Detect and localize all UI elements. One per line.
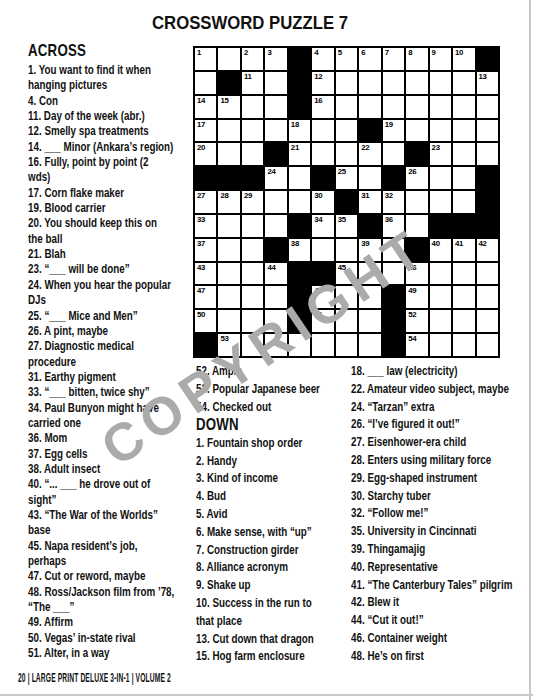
across-clue-16: 16. Fully, point by point (2 wds) <box>28 155 196 186</box>
cell-r12c1[interactable]: 50 <box>194 309 217 333</box>
cell-r6c10[interactable]: 26 <box>405 166 428 190</box>
cell-r5c7[interactable] <box>335 142 358 166</box>
clue-number-47: 47 <box>197 286 205 296</box>
cell-r11c3[interactable] <box>241 285 264 309</box>
clue-number-9: 9 <box>432 48 436 58</box>
cell-r11c2[interactable] <box>217 285 240 309</box>
down-clue-44: 44. “Cut it out!” <box>351 612 533 630</box>
cell-r9c13[interactable]: 42 <box>476 238 499 262</box>
across-clue-list: 1. You want to find it when hanging pict… <box>28 63 196 661</box>
cell-r12c12[interactable] <box>452 309 475 333</box>
across-clue-49: 49. Affirm <box>28 615 196 630</box>
cell-r1c8[interactable]: 6 <box>358 47 381 71</box>
clue-number-16: 16 <box>314 96 322 106</box>
clue-number-7: 7 <box>385 48 389 58</box>
down-clue-26: 26. “I’ve figured it out!” <box>351 416 533 434</box>
clue-number-48: 48 <box>314 286 322 296</box>
cell-r1c6[interactable]: 4 <box>311 47 334 71</box>
cell-r1c13-black <box>476 47 499 71</box>
down-clue-3: 3. Kind of income <box>196 470 356 488</box>
cell-r13c7[interactable] <box>335 333 358 357</box>
cell-r4c10[interactable] <box>405 119 428 143</box>
cell-r10c5-black <box>288 262 311 286</box>
clue-number-34: 34 <box>314 215 322 225</box>
cell-r10c8[interactable] <box>358 262 381 286</box>
cell-r2c2-black <box>217 71 240 95</box>
cell-r11c9-black <box>382 285 405 309</box>
cell-r6c4[interactable]: 24 <box>264 166 287 190</box>
cell-r2c3[interactable]: 11 <box>241 71 264 95</box>
down-clue-27: 27. Eisenhower-era child <box>351 434 533 452</box>
down-clue-13: 13. Cut down that dragon <box>196 631 356 649</box>
cell-r12c11[interactable] <box>429 309 452 333</box>
down-clue-4: 4. Bud <box>196 488 356 506</box>
cell-r1c3[interactable]: 2 <box>241 47 264 71</box>
cell-r9c11[interactable]: 40 <box>429 238 452 262</box>
down-clue-40: 40. Representative <box>351 559 533 577</box>
cell-r4c1[interactable]: 17 <box>194 119 217 143</box>
clue-number-33: 33 <box>197 215 205 225</box>
page-title: CROSSWORD PUZZLE 7 <box>30 12 470 34</box>
cell-r12c13[interactable] <box>476 309 499 333</box>
clue-number-3: 3 <box>267 48 271 58</box>
cell-r12c10[interactable]: 52 <box>405 309 428 333</box>
page-footer: 20 | LARGE PRINT DELUXE 3-IN-1 | VOLUME … <box>18 671 171 685</box>
cell-r11c5-black <box>288 285 311 309</box>
down-clue-1: 1. Fountain shop order <box>196 435 356 453</box>
cell-r8c4[interactable] <box>264 214 287 238</box>
cell-r9c2[interactable] <box>217 238 240 262</box>
down-clue-32: 32. “Follow me!” <box>351 505 533 523</box>
cell-r11c13[interactable] <box>476 285 499 309</box>
cell-r7c1[interactable]: 27 <box>194 190 217 214</box>
cell-r12c9-black <box>382 309 405 333</box>
clue-number-13: 13 <box>479 72 487 82</box>
cell-r1c2[interactable] <box>217 47 240 71</box>
across-clue-45: 45. Napa resident’s job, perhaps <box>28 539 196 570</box>
cell-r8c10[interactable] <box>405 214 428 238</box>
clue-number-23: 23 <box>432 143 440 153</box>
across-clue-38: 38. Adult insect <box>28 462 196 477</box>
cell-r12c6[interactable]: 51 <box>311 309 334 333</box>
cell-r11c1[interactable]: 47 <box>194 285 217 309</box>
page: CROSSWORD PUZZLE 7 ACROSS 1. You want to… <box>0 0 533 700</box>
clue-number-28: 28 <box>220 191 228 201</box>
cell-r3c4[interactable] <box>264 95 287 119</box>
cell-r6c12[interactable] <box>452 166 475 190</box>
across-header: ACROSS <box>28 42 196 59</box>
cell-r6c8[interactable] <box>358 166 381 190</box>
cell-r5c13[interactable] <box>476 142 499 166</box>
clue-number-21: 21 <box>291 143 299 153</box>
clue-number-42: 42 <box>479 239 487 249</box>
across-clue-19: 19. Blood carrier <box>28 201 196 216</box>
cell-r10c3[interactable] <box>241 262 264 286</box>
across-clue-14: 14. ___ Minor (Ankara’s region) <box>28 140 196 155</box>
cell-r2c6[interactable]: 12 <box>311 71 334 95</box>
cell-r3c3[interactable] <box>241 95 264 119</box>
cell-r9c6[interactable] <box>311 238 334 262</box>
cell-r5c3[interactable] <box>241 142 264 166</box>
cell-r8c6[interactable]: 34 <box>311 214 334 238</box>
across-clue-36: 36. Mom <box>28 431 196 446</box>
cell-r10c10[interactable]: 46 <box>405 262 428 286</box>
cell-r1c11[interactable]: 9 <box>429 47 452 71</box>
cell-r6c6-black <box>311 166 334 190</box>
cell-r7c7-black <box>335 190 358 214</box>
down-clue-8: 8. Alliance acronym <box>196 559 356 577</box>
across-clue-53: 53. Popular Japanese beer <box>196 381 356 399</box>
cell-r3c9[interactable] <box>382 95 405 119</box>
cell-r8c5-black <box>288 214 311 238</box>
across-clue-24: 24. When you hear the popular DJs <box>28 278 196 309</box>
clue-number-44: 44 <box>267 263 275 273</box>
cell-r8c8-black <box>358 214 381 238</box>
cell-r4c8-black <box>358 119 381 143</box>
cell-r6c3-black <box>241 166 264 190</box>
cell-r8c13-black <box>476 214 499 238</box>
cell-r3c2[interactable]: 15 <box>217 95 240 119</box>
across-clue-54: 54. Checked out <box>196 399 356 417</box>
cell-r10c7[interactable]: 45 <box>335 262 358 286</box>
down-clue-5: 5. Avid <box>196 506 356 524</box>
right-clues-column: 18. ___ law (electricity)22. Amateur vid… <box>351 363 533 666</box>
down-clue-9: 9. Shake up <box>196 577 356 595</box>
clue-number-43: 43 <box>197 263 205 273</box>
clue-number-14: 14 <box>197 96 205 106</box>
across-clue-51: 51. Alter, in a way <box>28 646 196 661</box>
cell-r5c4-black <box>264 142 287 166</box>
cell-r10c2[interactable] <box>217 262 240 286</box>
across-clue-40: 40. “... ___ he drove out of sight” <box>28 477 196 508</box>
down-clue-10: 10. Success in the run to that place <box>196 595 356 631</box>
cell-r8c9[interactable]: 36 <box>382 214 405 238</box>
cell-r2c4[interactable] <box>264 71 287 95</box>
across-clue-21: 21. Blah <box>28 247 196 262</box>
cell-r7c5[interactable] <box>288 190 311 214</box>
cell-r13c4[interactable] <box>264 333 287 357</box>
across-clue-26: 26. A pint, maybe <box>28 324 196 339</box>
down-clue-6: 6. Make sense, with “up” <box>196 524 356 542</box>
cell-r2c9[interactable] <box>382 71 405 95</box>
across-clue-48: 48. Ross/Jackson film from ’78, “The ___… <box>28 585 196 616</box>
clue-number-29: 29 <box>244 191 252 201</box>
cell-r5c8[interactable]: 22 <box>358 142 381 166</box>
cell-r5c2[interactable] <box>217 142 240 166</box>
cell-r2c13[interactable]: 13 <box>476 71 499 95</box>
cell-r7c10[interactable] <box>405 190 428 214</box>
cell-r4c3[interactable] <box>241 119 264 143</box>
cell-r3c7[interactable] <box>335 95 358 119</box>
cell-r8c3[interactable] <box>241 214 264 238</box>
down-header: DOWN <box>196 416 356 435</box>
cell-r13c10[interactable]: 54 <box>405 333 428 357</box>
clue-number-20: 20 <box>197 143 205 153</box>
cell-r2c5-black <box>288 71 311 95</box>
cell-r1c9[interactable]: 7 <box>382 47 405 71</box>
cell-r4c12[interactable] <box>452 119 475 143</box>
cell-r12c3[interactable] <box>241 309 264 333</box>
clue-number-1: 1 <box>197 48 201 58</box>
clue-number-2: 2 <box>244 48 248 58</box>
cell-r11c6[interactable]: 48 <box>311 285 334 309</box>
cell-r7c11[interactable] <box>429 190 452 214</box>
clue-number-51: 51 <box>314 310 322 320</box>
cell-r12c7[interactable] <box>335 309 358 333</box>
clue-number-50: 50 <box>197 310 205 320</box>
cell-r10c1[interactable]: 43 <box>194 262 217 286</box>
across-clue-47: 47. Cut or reword, maybe <box>28 569 196 584</box>
clue-number-11: 11 <box>244 72 252 82</box>
clue-number-8: 8 <box>408 48 412 58</box>
across-clue-27: 27. Diagnostic medical procedure <box>28 339 196 370</box>
cell-r10c13[interactable] <box>476 262 499 286</box>
clue-number-41: 41 <box>455 239 463 249</box>
cell-r4c2[interactable] <box>217 119 240 143</box>
clue-number-12: 12 <box>314 72 322 82</box>
cell-r6c13-black <box>476 166 499 190</box>
cell-r12c2[interactable] <box>217 309 240 333</box>
cell-r9c9[interactable] <box>382 238 405 262</box>
cell-r1c5-black <box>288 47 311 71</box>
across-clue-50: 50. Vegas’ in-state rival <box>28 631 196 646</box>
clue-number-22: 22 <box>361 143 369 153</box>
across-clue-20: 20. You should keep this on the ball <box>28 216 196 247</box>
across-clue-33: 33. “___ bitten, twice shy” <box>28 385 196 400</box>
cell-r13c3[interactable] <box>241 333 264 357</box>
cell-r10c6-black <box>311 262 334 286</box>
clue-number-18: 18 <box>291 120 299 130</box>
cell-r2c10[interactable] <box>405 71 428 95</box>
down-clue-39: 39. Thingamajig <box>351 541 533 559</box>
clue-number-26: 26 <box>408 167 416 177</box>
cell-r9c1[interactable]: 37 <box>194 238 217 262</box>
cell-r4c7[interactable] <box>335 119 358 143</box>
cell-r5c12[interactable] <box>452 142 475 166</box>
cell-r3c13[interactable] <box>476 95 499 119</box>
cell-r11c8[interactable] <box>358 285 381 309</box>
cell-r5c6[interactable] <box>311 142 334 166</box>
cell-r6c11[interactable] <box>429 166 452 190</box>
cell-r12c8[interactable] <box>358 309 381 333</box>
clue-number-19: 19 <box>385 120 393 130</box>
clue-number-52: 52 <box>408 310 416 320</box>
clue-number-35: 35 <box>338 215 346 225</box>
cell-r5c5[interactable]: 21 <box>288 142 311 166</box>
cell-r4c6[interactable] <box>311 119 334 143</box>
cell-r2c1[interactable] <box>194 71 217 95</box>
page-edge-bottom <box>0 694 533 696</box>
cell-r2c7[interactable] <box>335 71 358 95</box>
clue-number-39: 39 <box>361 239 369 249</box>
across-clue-31: 31. Earthy pigment <box>28 370 196 385</box>
cell-r7c9[interactable]: 32 <box>382 190 405 214</box>
page-edge-right <box>529 0 531 700</box>
down-clue-2: 2. Handy <box>196 453 356 471</box>
down-clue-22: 22. Amateur video subject, maybe <box>351 381 533 399</box>
cell-r1c10[interactable]: 8 <box>405 47 428 71</box>
cell-r6c1-black <box>194 166 217 190</box>
down-clue-29: 29. Egg-shaped instrument <box>351 470 533 488</box>
cell-r11c7[interactable] <box>335 285 358 309</box>
crossword-grid: 1234567891011121314151617181920212223242… <box>193 46 500 358</box>
cell-r5c9[interactable] <box>382 142 405 166</box>
cell-r3c1[interactable]: 14 <box>194 95 217 119</box>
clue-number-46: 46 <box>408 263 416 273</box>
cell-r13c13[interactable] <box>476 333 499 357</box>
across-clue-43: 43. “The War of the Worlds” base <box>28 508 196 539</box>
cell-r3c10[interactable] <box>405 95 428 119</box>
cell-r2c12[interactable] <box>452 71 475 95</box>
cell-r10c12[interactable] <box>452 262 475 286</box>
down-clue-30: 30. Starchy tuber <box>351 488 533 506</box>
cell-r5c11[interactable]: 23 <box>429 142 452 166</box>
clue-number-40: 40 <box>432 239 440 249</box>
cell-r9c8[interactable]: 39 <box>358 238 381 262</box>
cell-r10c4[interactable]: 44 <box>264 262 287 286</box>
clue-number-10: 10 <box>455 48 463 58</box>
clue-number-25: 25 <box>338 167 346 177</box>
cell-r11c12[interactable] <box>452 285 475 309</box>
across-clue-25: 25. “___ Mice and Men” <box>28 309 196 324</box>
cell-r1c4[interactable]: 3 <box>264 47 287 71</box>
clue-number-17: 17 <box>197 120 205 130</box>
cell-r10c11[interactable] <box>429 262 452 286</box>
cell-r7c8[interactable]: 31 <box>358 190 381 214</box>
cell-r6c9-black <box>382 166 405 190</box>
across-clue-37: 37. Egg cells <box>28 447 196 462</box>
cell-r4c5[interactable]: 18 <box>288 119 311 143</box>
cell-r9c10-black <box>405 238 428 262</box>
clue-number-36: 36 <box>385 215 393 225</box>
across-clue-1: 1. You want to find it when hanging pict… <box>28 63 196 94</box>
across-clue-11: 11. Day of the week (abr.) <box>28 109 196 124</box>
cell-r7c2[interactable]: 28 <box>217 190 240 214</box>
clue-number-54: 54 <box>408 334 416 344</box>
cell-r8c2[interactable] <box>217 214 240 238</box>
down-clue-41: 41. “The Canterbury Tales” pilgrim <box>351 577 533 595</box>
across-clue-17: 17. Corn flake maker <box>28 186 196 201</box>
clue-number-37: 37 <box>197 239 205 249</box>
cell-r8c1[interactable]: 33 <box>194 214 217 238</box>
cell-r13c2[interactable]: 53 <box>217 333 240 357</box>
across-clue-23: 23. “___ will be done” <box>28 262 196 277</box>
down-clue-18: 18. ___ law (electricity) <box>351 363 533 381</box>
clue-number-31: 31 <box>361 191 369 201</box>
cell-r5c1[interactable]: 20 <box>194 142 217 166</box>
clue-number-6: 6 <box>361 48 365 58</box>
clue-number-24: 24 <box>267 167 275 177</box>
clue-number-15: 15 <box>220 96 228 106</box>
cell-r9c4-black <box>264 238 287 262</box>
cell-r3c8[interactable] <box>358 95 381 119</box>
cell-r9c3[interactable] <box>241 238 264 262</box>
cell-r3c11[interactable] <box>429 95 452 119</box>
down-clue-48: 48. He’s on first <box>351 648 533 666</box>
cell-r13c5[interactable] <box>288 333 311 357</box>
cell-r13c9-black <box>382 333 405 357</box>
cell-r7c13-black <box>476 190 499 214</box>
across-clue-52: 52. Ample <box>196 363 356 381</box>
cell-r6c2-black <box>217 166 240 190</box>
cell-r2c11[interactable] <box>429 71 452 95</box>
down-clue-list-1: 1. Fountain shop order2. Handy3. Kind of… <box>196 435 356 666</box>
cell-r13c12[interactable] <box>452 333 475 357</box>
cell-r4c4[interactable] <box>264 119 287 143</box>
cell-r7c6[interactable]: 30 <box>311 190 334 214</box>
cell-r1c7[interactable]: 5 <box>335 47 358 71</box>
clue-number-32: 32 <box>385 191 393 201</box>
clue-number-27: 27 <box>197 191 205 201</box>
cell-r13c11[interactable] <box>429 333 452 357</box>
cell-r13c1-black <box>194 333 217 357</box>
across-clue-34: 34. Paul Bunyon might have carried one <box>28 401 196 432</box>
clue-number-4: 4 <box>314 48 318 58</box>
cell-r10c9[interactable] <box>382 262 405 286</box>
cell-r12c4[interactable] <box>264 309 287 333</box>
clue-number-53: 53 <box>220 334 228 344</box>
cell-r7c3[interactable]: 29 <box>241 190 264 214</box>
cell-r4c11[interactable] <box>429 119 452 143</box>
cell-r9c5[interactable]: 38 <box>288 238 311 262</box>
down-clue-7: 7. Construction girder <box>196 542 356 560</box>
cell-r12c5-black <box>288 309 311 333</box>
cell-r1c12[interactable]: 10 <box>452 47 475 71</box>
cell-r3c5-black <box>288 95 311 119</box>
down-clue-28: 28. Enters using military force <box>351 452 533 470</box>
cell-r4c9[interactable]: 19 <box>382 119 405 143</box>
middle-clues-column: 52. Ample53. Popular Japanese beer54. Ch… <box>196 363 356 666</box>
down-clue-24: 24. “Tarzan” extra <box>351 399 533 417</box>
cell-r11c10[interactable]: 49 <box>405 285 428 309</box>
cell-r2c8[interactable] <box>358 71 381 95</box>
across-clue-12: 12. Smelly spa treatments <box>28 124 196 139</box>
cell-r13c6[interactable] <box>311 333 334 357</box>
cell-r4c13[interactable] <box>476 119 499 143</box>
cell-r6c5[interactable] <box>288 166 311 190</box>
cell-r9c12[interactable]: 41 <box>452 238 475 262</box>
cell-r3c12[interactable] <box>452 95 475 119</box>
clue-number-38: 38 <box>291 239 299 249</box>
cell-r5c10-black <box>405 142 428 166</box>
cell-r8c11-black <box>429 214 452 238</box>
cell-r1c1[interactable]: 1 <box>194 47 217 71</box>
cell-r6c7[interactable]: 25 <box>335 166 358 190</box>
cell-r8c12-black <box>452 214 475 238</box>
cell-r11c4[interactable] <box>264 285 287 309</box>
down-clue-42: 42. Blew it <box>351 594 533 612</box>
down-clue-list-2: 18. ___ law (electricity)22. Amateur vid… <box>351 363 533 666</box>
down-clue-15: 15. Hog farm enclosure <box>196 648 356 666</box>
clue-number-30: 30 <box>314 191 322 201</box>
clue-number-49: 49 <box>408 286 416 296</box>
cell-r7c4[interactable] <box>264 190 287 214</box>
clue-number-5: 5 <box>338 48 342 58</box>
cell-r8c7[interactable]: 35 <box>335 214 358 238</box>
down-clue-35: 35. University in Cincinnati <box>351 523 533 541</box>
across-clue-4: 4. Con <box>28 94 196 109</box>
across-tail-list: 52. Ample53. Popular Japanese beer54. Ch… <box>196 363 356 416</box>
cell-r3c6[interactable]: 16 <box>311 95 334 119</box>
cell-r11c11[interactable] <box>429 285 452 309</box>
down-clue-46: 46. Container weight <box>351 630 533 648</box>
cell-r9c7[interactable] <box>335 238 358 262</box>
cell-r13c8[interactable] <box>358 333 381 357</box>
cell-r7c12[interactable] <box>452 190 475 214</box>
across-clues-column: ACROSS 1. You want to find it when hangi… <box>28 42 196 661</box>
clue-number-45: 45 <box>338 263 346 273</box>
